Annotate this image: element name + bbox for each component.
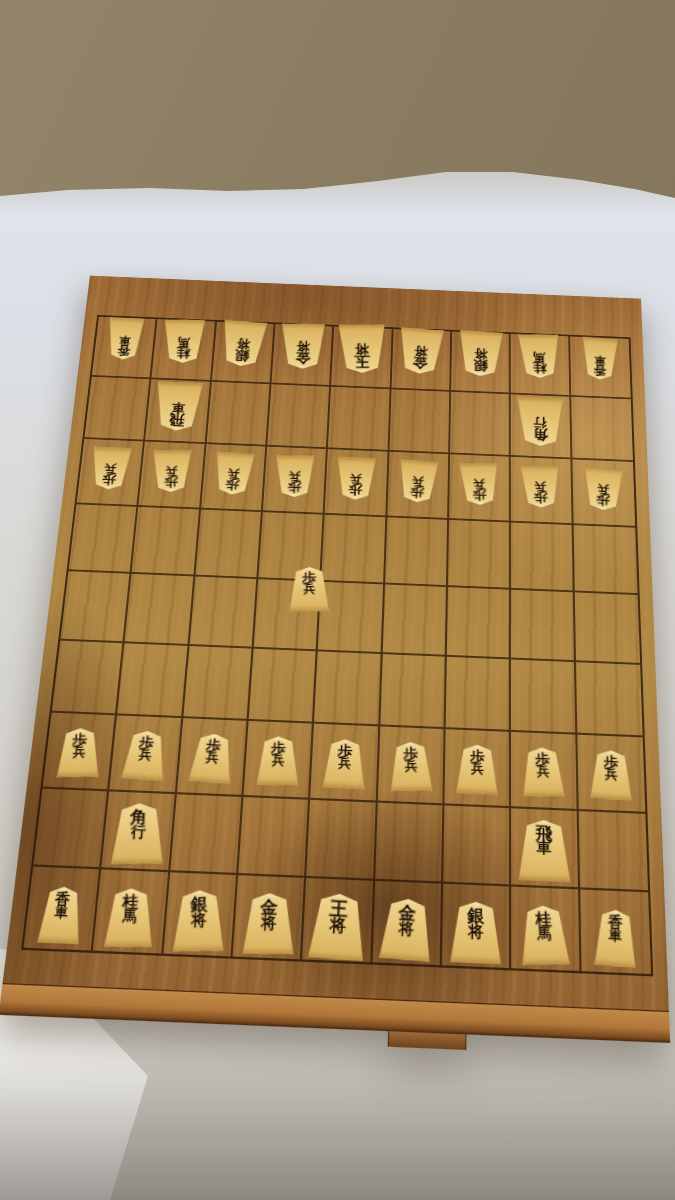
kanji-bottom: 兵	[303, 584, 315, 595]
piece-sente-lance: 香車	[36, 886, 85, 944]
kanji-bottom: 車	[609, 929, 622, 943]
square-5g: 歩兵	[310, 724, 379, 802]
piece-sente-pawn: 歩兵	[121, 730, 170, 782]
square-1a: 香車	[570, 336, 631, 399]
square-7g: 歩兵	[177, 719, 249, 797]
square-9e	[60, 571, 132, 643]
square-7f	[183, 646, 254, 721]
kanji-bottom: 行	[534, 417, 547, 429]
kanji-bottom: 兵	[166, 465, 178, 476]
piece-sente-lance: 香車	[593, 908, 636, 968]
piece-sente-pawn: 歩兵	[521, 747, 566, 797]
square-9g: 歩兵	[43, 713, 118, 791]
square-2c: 歩兵	[511, 457, 573, 525]
kanji-bottom: 兵	[289, 470, 301, 481]
square-9h	[33, 788, 109, 869]
piece-gote-pawn: 歩兵	[396, 458, 439, 503]
piece-gote-lance: 香車	[104, 317, 145, 360]
square-4h	[375, 802, 445, 883]
square-2h: 飛車	[511, 808, 579, 889]
piece-gote-pawn: 歩兵	[583, 466, 624, 511]
kanji-bottom: 将	[468, 924, 483, 940]
square-3d	[448, 520, 511, 590]
board-grid: 香車桂馬銀将金将玉将金将銀将桂馬香車飛車角行歩兵歩兵歩兵歩兵歩兵歩兵歩兵歩兵歩兵…	[21, 315, 653, 976]
kanji-bottom: 兵	[350, 473, 362, 484]
square-6c: 歩兵	[263, 447, 328, 514]
square-1e	[574, 592, 640, 665]
kanji-bottom: 兵	[412, 475, 424, 486]
kanji-bottom: 兵	[72, 747, 85, 759]
square-8a: 桂馬	[152, 319, 217, 382]
square-4b	[389, 389, 451, 454]
kanji-bottom: 兵	[338, 757, 351, 770]
square-7a: 銀将	[211, 322, 275, 385]
square-9a: 香車	[92, 317, 158, 380]
square-8h: 角行	[102, 791, 177, 872]
piece-sente-silver: 銀将	[449, 901, 502, 965]
square-2i: 桂馬	[511, 886, 581, 971]
piece-sente-knight: 桂馬	[104, 888, 157, 947]
kanji-bottom: 車	[594, 354, 605, 365]
kanji-bottom: 車	[537, 841, 552, 857]
kanji-bottom: 将	[296, 341, 309, 353]
kanji-bottom: 兵	[205, 752, 219, 765]
square-7h	[170, 794, 244, 875]
piece-sente-gold: 金将	[378, 897, 434, 963]
square-8i: 桂馬	[93, 869, 170, 953]
square-3e	[447, 587, 511, 660]
piece-gote-pawn: 歩兵	[336, 457, 378, 501]
square-8c: 歩兵	[139, 442, 207, 509]
kanji-bottom: 馬	[178, 336, 191, 347]
square-6i: 金将	[233, 875, 307, 959]
kanji-bottom: 兵	[597, 483, 609, 494]
piece-sente-rook: 飛車	[517, 819, 571, 882]
square-7e	[189, 576, 258, 648]
square-3f	[446, 657, 512, 732]
kanji-bottom: 馬	[537, 927, 552, 942]
piece-sente-pawn: 歩兵	[256, 736, 300, 785]
kanji-bottom: 兵	[471, 763, 484, 776]
square-9f	[52, 641, 125, 716]
piece-gote-pawn: 歩兵	[151, 450, 192, 492]
kanji-bottom: 兵	[537, 766, 550, 778]
piece-gote-pawn: 歩兵	[211, 451, 255, 496]
square-1i: 香車	[580, 889, 651, 974]
square-9i: 香車	[24, 866, 102, 950]
piece-gote-pawn: 歩兵	[275, 455, 316, 498]
square-6a: 金将	[271, 324, 334, 387]
kanji-bottom: 将	[474, 348, 488, 360]
square-7b	[206, 382, 271, 447]
piece-gote-knight: 桂馬	[162, 319, 207, 363]
square-5c: 歩兵	[325, 450, 389, 517]
piece-sente-king: 王将	[307, 892, 368, 962]
photo-scene: 香車桂馬銀将金将玉将金将銀将桂馬香車飛車角行歩兵歩兵歩兵歩兵歩兵歩兵歩兵歩兵歩兵…	[0, 0, 675, 1200]
square-1b	[571, 397, 633, 462]
square-4c: 歩兵	[387, 452, 450, 520]
square-5h	[307, 799, 378, 880]
square-9d	[69, 504, 139, 574]
square-6g: 歩兵	[243, 721, 314, 799]
square-6e: 歩兵	[253, 579, 321, 651]
square-5a: 玉将	[331, 327, 393, 390]
kanji-bottom: 馬	[123, 909, 138, 923]
square-8b: 飛車	[145, 379, 211, 444]
kanji-bottom: 将	[236, 338, 250, 350]
piece-gote-silver: 銀将	[457, 330, 504, 378]
square-8e	[125, 574, 195, 646]
piece-sente-pawn: 歩兵	[187, 732, 236, 785]
piece-gote-lance: 香車	[581, 336, 618, 381]
square-2e	[511, 590, 576, 663]
piece-sente-pawn: 歩兵	[589, 749, 632, 801]
kanji-bottom: 行	[130, 824, 146, 839]
board-joint-tab	[388, 1031, 467, 1050]
shogi-board: 香車桂馬銀将金将玉将金将銀将桂馬香車飛車角行歩兵歩兵歩兵歩兵歩兵歩兵歩兵歩兵歩兵…	[0, 276, 670, 1043]
square-3i: 銀将	[442, 884, 512, 969]
kanji-bottom: 将	[261, 915, 277, 931]
square-6f	[249, 649, 318, 724]
piece-gote-knight: 桂馬	[518, 334, 562, 378]
square-4a: 金将	[391, 329, 452, 392]
kanji-bottom: 将	[329, 916, 346, 934]
square-3a: 銀将	[451, 331, 511, 394]
square-8d	[132, 507, 201, 577]
kanji-bottom: 馬	[533, 351, 546, 362]
kanji-bottom: 兵	[104, 463, 117, 474]
square-7c: 歩兵	[201, 444, 267, 511]
square-3g: 歩兵	[444, 730, 511, 808]
square-2d	[511, 522, 574, 592]
square-3h	[443, 805, 511, 886]
square-2g: 歩兵	[511, 732, 578, 810]
piece-gote-rook: 飛車	[152, 381, 204, 431]
kanji-bottom: 将	[399, 920, 415, 937]
square-8g: 歩兵	[110, 716, 183, 794]
square-1d	[573, 525, 637, 595]
kanji-bottom: 兵	[605, 768, 618, 781]
square-5i: 王将	[302, 878, 374, 963]
piece-gote-gold: 金将	[280, 323, 326, 368]
kanji-bottom: 車	[119, 335, 131, 345]
kanji-bottom: 兵	[138, 749, 152, 762]
square-5f	[314, 651, 382, 726]
square-2a: 桂馬	[511, 334, 571, 397]
square-7d	[195, 509, 263, 579]
kanji-bottom: 兵	[535, 481, 547, 492]
kanji-bottom: 車	[171, 401, 185, 413]
kanji-bottom: 兵	[272, 755, 285, 767]
board-perspective-wrap: 香車桂馬銀将金将玉将金将銀将桂馬香車飛車角行歩兵歩兵歩兵歩兵歩兵歩兵歩兵歩兵歩兵…	[0, 276, 670, 1043]
kanji-bottom: 将	[355, 343, 369, 355]
piece-sente-pawn: 歩兵	[322, 738, 367, 789]
square-5b	[328, 387, 391, 452]
square-9b	[84, 377, 151, 442]
piece-gote-king: 玉将	[337, 324, 386, 373]
square-6b	[267, 384, 331, 449]
piece-sente-knight: 桂馬	[519, 905, 572, 965]
floor-shadow	[0, 1050, 675, 1200]
piece-sente-pawn: 歩兵	[389, 742, 433, 792]
square-1g: 歩兵	[577, 735, 645, 813]
piece-sente-pawn: 歩兵	[455, 744, 498, 795]
kanji-bottom: 兵	[404, 760, 417, 772]
square-2f	[511, 660, 577, 735]
kanji-bottom: 将	[414, 345, 428, 357]
square-1c: 歩兵	[572, 460, 635, 528]
piece-gote-pawn: 歩兵	[88, 446, 132, 490]
square-4i: 金将	[372, 881, 443, 966]
square-5e	[318, 582, 385, 655]
square-4e	[382, 584, 448, 657]
piece-gote-gold: 金将	[397, 327, 445, 375]
kanji-bottom: 兵	[227, 468, 240, 479]
piece-gote-silver: 銀将	[218, 320, 268, 368]
piece-gote-pawn: 歩兵	[520, 465, 562, 508]
square-5d	[321, 514, 386, 584]
square-3c: 歩兵	[449, 455, 511, 523]
square-1h	[578, 811, 648, 892]
piece-sente-silver: 銀将	[172, 890, 226, 952]
kanji-bottom: 車	[54, 906, 69, 920]
square-1f	[576, 662, 643, 737]
piece-gote-bishop: 角行	[516, 397, 564, 447]
square-2b: 角行	[511, 394, 572, 459]
piece-sente-bishop: 角行	[110, 803, 166, 864]
square-4g: 歩兵	[377, 727, 445, 805]
kanji-bottom: 兵	[473, 478, 485, 489]
piece-sente-gold: 金将	[241, 893, 295, 955]
square-3b	[450, 392, 511, 457]
square-4d	[385, 517, 449, 587]
piece-sente-pawn: 歩兵	[56, 728, 102, 777]
square-6h	[238, 797, 310, 878]
square-9c: 歩兵	[77, 439, 146, 506]
square-8f	[117, 643, 189, 718]
piece-gote-pawn: 歩兵	[459, 462, 501, 504]
square-4f	[380, 654, 447, 729]
square-7i: 銀将	[163, 872, 238, 956]
kanji-bottom: 将	[191, 912, 207, 928]
